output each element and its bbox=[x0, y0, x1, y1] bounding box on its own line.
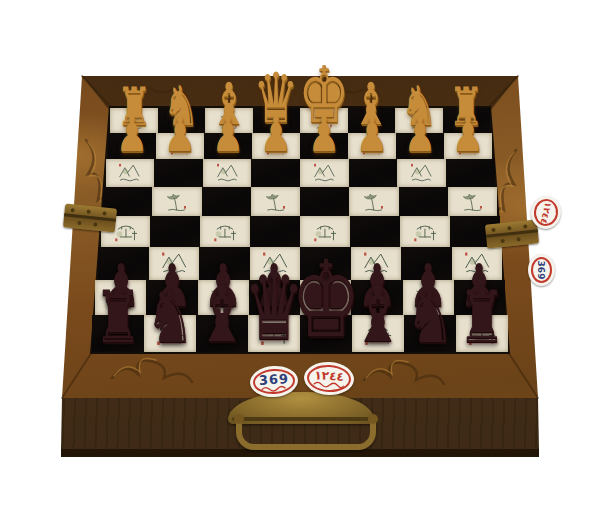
square-r2-c0 bbox=[106, 159, 155, 187]
square-r2-c3 bbox=[251, 159, 300, 187]
square-r6-c1: ♟ bbox=[146, 280, 197, 315]
square-r7-c1: ♞ bbox=[144, 315, 196, 352]
square-r1-c7: ♟ bbox=[444, 133, 492, 159]
square-r6-c7: ♟ bbox=[454, 280, 505, 315]
square-r3-c4 bbox=[300, 187, 349, 216]
square-r6-c0: ♟ bbox=[95, 280, 146, 315]
board-rank-7: ♜♞♝♛♚♝♞♜ bbox=[92, 315, 508, 352]
board-rank-0: ♜♞♝♛♚♝♞♜ bbox=[110, 108, 490, 133]
square-r4-c5 bbox=[350, 216, 400, 247]
square-r1-c0: ♟ bbox=[108, 133, 156, 159]
light-queen: ♛ bbox=[253, 66, 299, 132]
board-rank-1: ♟♟♟♟♟♟♟♟ bbox=[108, 133, 492, 159]
square-r6-c2: ♟ bbox=[198, 280, 249, 315]
square-r5-c6 bbox=[401, 247, 452, 280]
board-rank-3 bbox=[103, 187, 497, 216]
square-r5-c7 bbox=[452, 247, 503, 280]
square-r5-c4 bbox=[300, 247, 351, 280]
square-r1-c3: ♟ bbox=[252, 133, 300, 159]
board-rank-2 bbox=[106, 159, 495, 187]
square-r0-c5: ♝ bbox=[348, 108, 396, 133]
brass-bail-handle-icon bbox=[236, 420, 376, 450]
sticker-number: 369 bbox=[536, 261, 546, 280]
square-r2-c2 bbox=[203, 159, 252, 187]
light-rook: ♜ bbox=[449, 82, 484, 132]
square-r1-c4: ♟ bbox=[300, 133, 348, 159]
square-r2-c5 bbox=[349, 159, 398, 187]
square-r3-c1 bbox=[152, 187, 201, 216]
square-r6-c5: ♟ bbox=[351, 280, 402, 315]
square-r0-c1: ♞ bbox=[158, 108, 206, 133]
board-rank-6: ♟♟♟♟♟♟♟♟ bbox=[95, 280, 505, 315]
square-r3-c7 bbox=[448, 187, 497, 216]
square-r4-c1 bbox=[150, 216, 200, 247]
square-r5-c2 bbox=[199, 247, 250, 280]
square-r7-c7: ♜ bbox=[456, 315, 508, 352]
square-r5-c3 bbox=[250, 247, 301, 280]
square-r0-c7: ♜ bbox=[443, 108, 491, 133]
square-r5-c0 bbox=[98, 247, 149, 280]
square-r7-c6: ♞ bbox=[404, 315, 456, 352]
photo-canvas: ♜♞♝♛♚♝♞♜♟♟♟♟♟♟♟♟♟♟♟♟♟♟♟♟♜♞♝♛♚♝♞♜ 369 ١٢٤… bbox=[0, 0, 600, 517]
square-r6-c6: ♟ bbox=[403, 280, 454, 315]
square-r3-c3 bbox=[251, 187, 300, 216]
square-r1-c1: ♟ bbox=[156, 133, 204, 159]
board-rank-5 bbox=[98, 247, 502, 280]
square-r6-c4: ♟ bbox=[300, 280, 351, 315]
light-knight: ♞ bbox=[163, 80, 199, 132]
square-r2-c6 bbox=[397, 159, 446, 187]
square-r0-c6: ♞ bbox=[395, 108, 443, 133]
square-r1-c6: ♟ bbox=[396, 133, 444, 159]
square-r7-c4: ♚ bbox=[300, 315, 352, 352]
light-bishop: ♝ bbox=[352, 77, 390, 132]
square-r0-c2: ♝ bbox=[205, 108, 253, 133]
square-r2-c4 bbox=[300, 159, 349, 187]
square-r4-c3 bbox=[250, 216, 300, 247]
square-r0-c0: ♜ bbox=[110, 108, 158, 133]
square-r3-c6 bbox=[399, 187, 448, 216]
square-r4-c6 bbox=[400, 216, 450, 247]
square-r1-c5: ♟ bbox=[348, 133, 396, 159]
square-r7-c0: ♜ bbox=[92, 315, 144, 352]
square-r2-c7 bbox=[446, 159, 495, 187]
square-r5-c5 bbox=[351, 247, 402, 280]
square-r4-c4 bbox=[300, 216, 350, 247]
square-r0-c4: ♚ bbox=[300, 108, 348, 133]
square-r2-c1 bbox=[154, 159, 203, 187]
square-r7-c2: ♝ bbox=[196, 315, 248, 352]
square-r7-c5: ♝ bbox=[352, 315, 404, 352]
square-r7-c3: ♛ bbox=[248, 315, 300, 352]
square-r1-c2: ♟ bbox=[204, 133, 252, 159]
board-rank-4 bbox=[101, 216, 500, 247]
square-r4-c2 bbox=[200, 216, 250, 247]
sticker-side-bottom: 369 bbox=[528, 254, 555, 286]
square-r3-c2 bbox=[202, 187, 251, 216]
square-r0-c3: ♛ bbox=[253, 108, 301, 133]
square-r5-c1 bbox=[149, 247, 200, 280]
square-r6-c3: ♟ bbox=[249, 280, 300, 315]
square-r3-c5 bbox=[349, 187, 398, 216]
